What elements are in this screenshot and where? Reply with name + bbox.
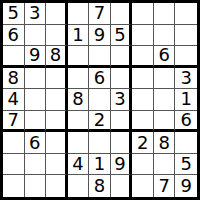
cell-r6c6-empty[interactable] [111,111,133,133]
cell-r3c9-empty[interactable] [175,46,197,68]
cell-r5c5-empty[interactable] [89,89,111,111]
cell-r7c4-empty[interactable] [68,132,90,154]
cell-r6c2-empty[interactable] [25,111,47,133]
cell-r9c4-empty[interactable] [68,175,90,197]
cell-r9c9-given: 9 [175,175,197,197]
cell-r9c6-empty[interactable] [111,175,133,197]
cell-r7c3-empty[interactable] [46,132,68,154]
cell-r2c2-empty[interactable] [25,25,47,47]
cell-r2c1-given: 6 [3,25,25,47]
cell-r8c3-empty[interactable] [46,154,68,176]
cell-r3c3-given: 8 [46,46,68,68]
cell-r9c3-empty[interactable] [46,175,68,197]
cell-r3c1-empty[interactable] [3,46,25,68]
cell-r1c2-given: 3 [25,3,47,25]
cell-r7c9-empty[interactable] [175,132,197,154]
cell-r5c2-empty[interactable] [25,89,47,111]
cell-r3c6-empty[interactable] [111,46,133,68]
cell-r9c1-empty[interactable] [3,175,25,197]
cell-r2c5-given: 9 [89,25,111,47]
cell-r4c7-empty[interactable] [132,68,154,90]
cell-r5c6-given: 3 [111,89,133,111]
cell-r9c5-given: 8 [89,175,111,197]
cell-r3c5-empty[interactable] [89,46,111,68]
cell-r4c6-empty[interactable] [111,68,133,90]
cell-r4c2-empty[interactable] [25,68,47,90]
cell-r5c7-empty[interactable] [132,89,154,111]
cell-r9c2-empty[interactable] [25,175,47,197]
cell-r2c3-empty[interactable] [46,25,68,47]
sudoku-board: 537619598686348317266284195879 [0,0,200,200]
cell-r9c7-empty[interactable] [132,175,154,197]
cell-r1c7-empty[interactable] [132,3,154,25]
cell-r6c9-given: 6 [175,111,197,133]
cell-r6c8-empty[interactable] [154,111,176,133]
cell-r9c8-given: 7 [154,175,176,197]
cell-r2c6-given: 5 [111,25,133,47]
cell-r6c4-empty[interactable] [68,111,90,133]
cell-r3c4-empty[interactable] [68,46,90,68]
cell-r1c8-empty[interactable] [154,3,176,25]
cell-r8c4-given: 4 [68,154,90,176]
cell-r1c3-empty[interactable] [46,3,68,25]
cell-r3c2-given: 9 [25,46,47,68]
cell-r4c5-given: 6 [89,68,111,90]
cell-r8c5-given: 1 [89,154,111,176]
cell-r4c3-empty[interactable] [46,68,68,90]
cell-r3c8-given: 6 [154,46,176,68]
cell-r2c8-empty[interactable] [154,25,176,47]
cell-r8c2-empty[interactable] [25,154,47,176]
cell-r1c1-given: 5 [3,3,25,25]
cell-r6c1-given: 7 [3,111,25,133]
cell-r5c8-empty[interactable] [154,89,176,111]
cell-r5c3-empty[interactable] [46,89,68,111]
cell-r3c7-empty[interactable] [132,46,154,68]
cell-r4c4-empty[interactable] [68,68,90,90]
cell-r7c1-empty[interactable] [3,132,25,154]
cell-r7c2-given: 6 [25,132,47,154]
cell-r1c6-empty[interactable] [111,3,133,25]
cell-r7c5-empty[interactable] [89,132,111,154]
cell-r5c9-given: 1 [175,89,197,111]
cell-r5c4-given: 8 [68,89,90,111]
cell-r1c5-given: 7 [89,3,111,25]
cell-r2c9-empty[interactable] [175,25,197,47]
cell-r8c1-empty[interactable] [3,154,25,176]
cell-r8c9-given: 5 [175,154,197,176]
cell-r8c7-empty[interactable] [132,154,154,176]
cell-r7c6-empty[interactable] [111,132,133,154]
cell-r4c1-given: 8 [3,68,25,90]
cell-r4c9-given: 3 [175,68,197,90]
cell-r1c4-empty[interactable] [68,3,90,25]
cell-r7c7-given: 2 [132,132,154,154]
cell-r6c3-empty[interactable] [46,111,68,133]
cell-r2c7-empty[interactable] [132,25,154,47]
cell-r6c5-given: 2 [89,111,111,133]
cell-r4c8-empty[interactable] [154,68,176,90]
cell-r7c8-given: 8 [154,132,176,154]
cell-r5c1-given: 4 [3,89,25,111]
cell-r2c4-given: 1 [68,25,90,47]
cell-r8c6-given: 9 [111,154,133,176]
cell-r8c8-empty[interactable] [154,154,176,176]
cell-r1c9-empty[interactable] [175,3,197,25]
cell-r6c7-empty[interactable] [132,111,154,133]
